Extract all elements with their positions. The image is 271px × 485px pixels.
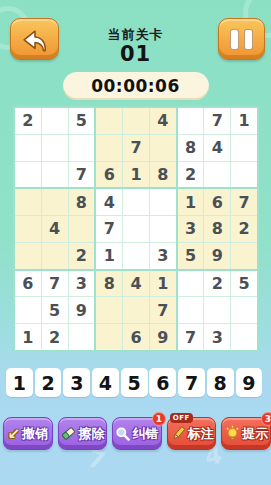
- undo-arrow-icon: ↙: [8, 425, 21, 443]
- check-errors-badge: 1: [152, 412, 166, 426]
- erase-label: 擦除: [78, 425, 104, 443]
- sudoku-cell-r9c3[interactable]: [69, 324, 95, 350]
- sudoku-cell-r3c6[interactable]: 8: [150, 162, 176, 188]
- sudoku-block: 6735912: [15, 271, 94, 350]
- sudoku-cell-r5c5[interactable]: [123, 216, 149, 242]
- sudoku-cell-r3c2[interactable]: [42, 162, 68, 188]
- sudoku-cell-r4c2[interactable]: [42, 189, 68, 215]
- sudoku-cell-r9c1[interactable]: 1: [15, 324, 41, 350]
- sudoku-cell-r8c6[interactable]: 7: [150, 297, 176, 323]
- timer-display: 00:00:06: [63, 72, 209, 100]
- number-pad: 123456789: [6, 368, 262, 397]
- numpad-key-3[interactable]: 3: [63, 368, 90, 397]
- sudoku-cell-r9c5[interactable]: 6: [123, 324, 149, 350]
- pencil-icon: [170, 425, 187, 442]
- pause-button[interactable]: [218, 18, 265, 60]
- sudoku-cell-r5c4[interactable]: 7: [96, 216, 122, 242]
- sudoku-cell-r5c2[interactable]: 4: [42, 216, 68, 242]
- sudoku-cell-r7c8[interactable]: 2: [204, 271, 230, 297]
- pause-icon: [230, 29, 253, 50]
- sudoku-cell-r9c9[interactable]: [231, 324, 257, 350]
- sudoku-cell-r1c8[interactable]: 7: [204, 108, 230, 134]
- numpad-key-4[interactable]: 4: [92, 368, 119, 397]
- sudoku-cell-r2c6[interactable]: [150, 135, 176, 161]
- toolbar: ↙ 撤销 擦除 1 纠错: [3, 417, 271, 450]
- sudoku-cell-r3c4[interactable]: 6: [96, 162, 122, 188]
- sudoku-board: 2574761871842842471316738259673591284176…: [13, 106, 259, 352]
- sudoku-cell-r5c8[interactable]: 8: [204, 216, 230, 242]
- sudoku-cell-r7c4[interactable]: 8: [96, 271, 122, 297]
- sudoku-cell-r8c7[interactable]: [178, 297, 204, 323]
- sudoku-block: 2573: [178, 271, 257, 350]
- erase-button[interactable]: 擦除: [58, 417, 108, 450]
- sudoku-cell-r5c7[interactable]: 3: [178, 216, 204, 242]
- sudoku-cell-r2c9[interactable]: [231, 135, 257, 161]
- sudoku-cell-r4c9[interactable]: 7: [231, 189, 257, 215]
- sudoku-cell-r1c9[interactable]: 1: [231, 108, 257, 134]
- sudoku-cell-r6c9[interactable]: [231, 243, 257, 269]
- sudoku-cell-r2c4[interactable]: [96, 135, 122, 161]
- sudoku-cell-r6c5[interactable]: [123, 243, 149, 269]
- hint-button[interactable]: 3 提示: [221, 417, 271, 450]
- sudoku-cell-r4c8[interactable]: 6: [204, 189, 230, 215]
- sudoku-cell-r9c6[interactable]: 9: [150, 324, 176, 350]
- numpad-key-7[interactable]: 7: [178, 368, 205, 397]
- sudoku-cell-r1c1[interactable]: 2: [15, 108, 41, 134]
- sudoku-cell-r8c4[interactable]: [96, 297, 122, 323]
- sudoku-cell-r6c4[interactable]: 1: [96, 243, 122, 269]
- sudoku-cell-r6c8[interactable]: 9: [204, 243, 230, 269]
- numpad-key-5[interactable]: 5: [121, 368, 148, 397]
- sudoku-block: 71842: [178, 108, 257, 187]
- magnifier-icon: [115, 426, 131, 442]
- hint-badge: 3: [261, 412, 271, 426]
- undo-label: 撤销: [22, 425, 48, 443]
- sudoku-cell-r9c7[interactable]: 7: [178, 324, 204, 350]
- sudoku-cell-r2c8[interactable]: 4: [204, 135, 230, 161]
- undo-button[interactable]: ↙ 撤销: [3, 417, 53, 450]
- sudoku-cell-r5c6[interactable]: [150, 216, 176, 242]
- sudoku-cell-r8c5[interactable]: [123, 297, 149, 323]
- bulb-icon: [224, 425, 241, 442]
- sudoku-cell-r6c1[interactable]: [15, 243, 41, 269]
- sudoku-cell-r2c5[interactable]: 7: [123, 135, 149, 161]
- numpad-key-2[interactable]: 2: [35, 368, 62, 397]
- notes-toggle-button[interactable]: OFF 标注: [167, 417, 217, 450]
- sudoku-cell-r8c2[interactable]: 5: [42, 297, 68, 323]
- sudoku-cell-r7c6[interactable]: 1: [150, 271, 176, 297]
- sudoku-cell-r8c1[interactable]: [15, 297, 41, 323]
- sudoku-cell-r3c1[interactable]: [15, 162, 41, 188]
- sudoku-cell-r9c8[interactable]: 3: [204, 324, 230, 350]
- sudoku-cell-r7c1[interactable]: 6: [15, 271, 41, 297]
- sudoku-cell-r3c3[interactable]: 7: [69, 162, 95, 188]
- sudoku-cell-r8c9[interactable]: [231, 297, 257, 323]
- sudoku-cell-r3c5[interactable]: 1: [123, 162, 149, 188]
- sudoku-cell-r6c2[interactable]: [42, 243, 68, 269]
- sudoku-cell-r1c5[interactable]: [123, 108, 149, 134]
- sudoku-cell-r7c5[interactable]: 4: [123, 271, 149, 297]
- sudoku-cell-r9c2[interactable]: 2: [42, 324, 68, 350]
- sudoku-cell-r4c4[interactable]: 4: [96, 189, 122, 215]
- sudoku-cell-r3c8[interactable]: [204, 162, 230, 188]
- check-errors-label: 纠错: [132, 425, 158, 443]
- sudoku-cell-r6c3[interactable]: 2: [69, 243, 95, 269]
- eraser-icon: [60, 425, 77, 442]
- sudoku-cell-r7c3[interactable]: 3: [69, 271, 95, 297]
- sudoku-block: 4713: [96, 189, 175, 268]
- sudoku-block: 47618: [96, 108, 175, 187]
- check-errors-button[interactable]: 1 纠错: [112, 417, 162, 450]
- sudoku-block: 257: [15, 108, 94, 187]
- sudoku-block: 16738259: [178, 189, 257, 268]
- sudoku-cell-r1c2[interactable]: [42, 108, 68, 134]
- sudoku-cell-r6c7[interactable]: 5: [178, 243, 204, 269]
- sudoku-cell-r8c8[interactable]: [204, 297, 230, 323]
- sudoku-cell-r8c3[interactable]: 9: [69, 297, 95, 323]
- numpad-key-6[interactable]: 6: [149, 368, 176, 397]
- sudoku-cell-r1c7[interactable]: [178, 108, 204, 134]
- sudoku-cell-r5c1[interactable]: [15, 216, 41, 242]
- notes-label: 标注: [188, 425, 214, 443]
- sudoku-cell-r2c3[interactable]: [69, 135, 95, 161]
- sudoku-cell-r7c9[interactable]: 5: [231, 271, 257, 297]
- numpad-key-8[interactable]: 8: [207, 368, 234, 397]
- hint-label: 提示: [242, 425, 268, 443]
- sudoku-cell-r6c6[interactable]: 3: [150, 243, 176, 269]
- sudoku-cell-r2c1[interactable]: [15, 135, 41, 161]
- sudoku-cell-r5c3[interactable]: [69, 216, 95, 242]
- sudoku-cell-r4c5[interactable]: [123, 189, 149, 215]
- sudoku-cell-r3c7[interactable]: 2: [178, 162, 204, 188]
- sudoku-cell-r2c7[interactable]: 8: [178, 135, 204, 161]
- sudoku-cell-r4c7[interactable]: 1: [178, 189, 204, 215]
- sudoku-block: 842: [15, 189, 94, 268]
- numpad-key-9[interactable]: 9: [236, 368, 263, 397]
- sudoku-cell-r1c4[interactable]: [96, 108, 122, 134]
- sudoku-cell-r4c3[interactable]: 8: [69, 189, 95, 215]
- sudoku-cell-r3c9[interactable]: [231, 162, 257, 188]
- sudoku-cell-r7c2[interactable]: 7: [42, 271, 68, 297]
- sudoku-cell-r9c4[interactable]: [96, 324, 122, 350]
- notes-off-tag: OFF: [170, 413, 193, 423]
- sudoku-cell-r2c2[interactable]: [42, 135, 68, 161]
- sudoku-cell-r1c6[interactable]: 4: [150, 108, 176, 134]
- sudoku-cell-r1c3[interactable]: 5: [69, 108, 95, 134]
- numpad-key-1[interactable]: 1: [6, 368, 33, 397]
- sudoku-cell-r4c6[interactable]: [150, 189, 176, 215]
- sudoku-cell-r7c7[interactable]: [178, 271, 204, 297]
- sudoku-cell-r5c9[interactable]: 2: [231, 216, 257, 242]
- sudoku-block: 841769: [96, 271, 175, 350]
- sudoku-app-screen: 7 4 当前关卡 01 00:00:06 2574761871842842471…: [0, 0, 271, 485]
- sudoku-cell-r4c1[interactable]: [15, 189, 41, 215]
